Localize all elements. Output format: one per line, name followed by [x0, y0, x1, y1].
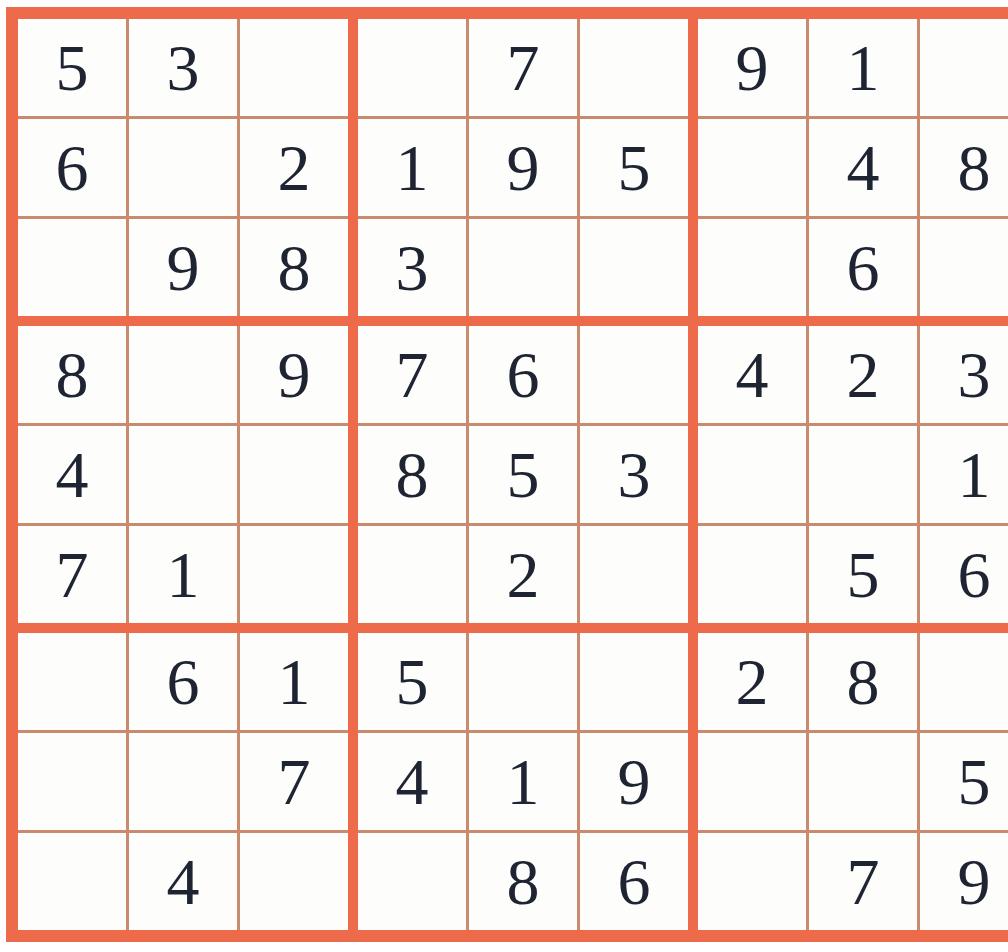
cell-r4c1[interactable]: 8: [18, 326, 126, 423]
cell-r5c7[interactable]: [698, 426, 806, 523]
cell-r7c6[interactable]: [580, 633, 688, 730]
cell-r9c5[interactable]: 8: [469, 833, 577, 930]
cell-r9c9[interactable]: 9: [920, 833, 1008, 930]
cell-r2c7[interactable]: [698, 119, 806, 216]
cell-r9c2[interactable]: 4: [129, 833, 237, 930]
cell-r3c9[interactable]: [920, 219, 1008, 316]
cell-r6c2[interactable]: 1: [129, 526, 237, 623]
cell-r7c4[interactable]: 5: [358, 633, 466, 730]
cell-r4c3[interactable]: 9: [240, 326, 348, 423]
cell-r9c4[interactable]: [358, 833, 466, 930]
cell-r5c1[interactable]: 4: [18, 426, 126, 523]
cell-r3c8[interactable]: 6: [809, 219, 917, 316]
sudoku-screen: 5362987195391486894717685324231566174541…: [0, 0, 1008, 952]
cell-r9c6[interactable]: 6: [580, 833, 688, 930]
cell-r3c1[interactable]: [18, 219, 126, 316]
cell-r5c6[interactable]: 3: [580, 426, 688, 523]
cell-r6c4[interactable]: [358, 526, 466, 623]
cell-r9c8[interactable]: 7: [809, 833, 917, 930]
cell-r8c2[interactable]: [129, 733, 237, 830]
cell-r8c3[interactable]: 7: [240, 733, 348, 830]
cell-r8c8[interactable]: [809, 733, 917, 830]
cell-r6c5[interactable]: 2: [469, 526, 577, 623]
cell-r5c2[interactable]: [129, 426, 237, 523]
cell-r5c9[interactable]: 1: [920, 426, 1008, 523]
cell-r6c7[interactable]: [698, 526, 806, 623]
sudoku-box-9: 28579: [698, 633, 1008, 930]
cell-r6c6[interactable]: [580, 526, 688, 623]
cell-r2c5[interactable]: 9: [469, 119, 577, 216]
cell-r2c1[interactable]: 6: [18, 119, 126, 216]
cell-r6c1[interactable]: 7: [18, 526, 126, 623]
cell-r3c3[interactable]: 8: [240, 219, 348, 316]
cell-r9c3[interactable]: [240, 833, 348, 930]
cell-r8c6[interactable]: 9: [580, 733, 688, 830]
cell-r1c4[interactable]: [358, 19, 466, 116]
cell-r1c8[interactable]: 1: [809, 19, 917, 116]
cell-r1c2[interactable]: 3: [129, 19, 237, 116]
cell-r7c1[interactable]: [18, 633, 126, 730]
cell-r3c4[interactable]: 3: [358, 219, 466, 316]
cell-r2c4[interactable]: 1: [358, 119, 466, 216]
cell-r8c1[interactable]: [18, 733, 126, 830]
cell-r3c6[interactable]: [580, 219, 688, 316]
cell-r4c6[interactable]: [580, 326, 688, 423]
cell-r2c6[interactable]: 5: [580, 119, 688, 216]
cell-r1c3[interactable]: [240, 19, 348, 116]
sudoku-box-3: 91486: [698, 19, 1008, 316]
cell-r1c6[interactable]: [580, 19, 688, 116]
cell-r8c7[interactable]: [698, 733, 806, 830]
cell-r3c2[interactable]: 9: [129, 219, 237, 316]
sudoku-board: 5362987195391486894717685324231566174541…: [6, 7, 1008, 942]
cell-r7c3[interactable]: 1: [240, 633, 348, 730]
cell-r2c2[interactable]: [129, 119, 237, 216]
cell-r1c9[interactable]: [920, 19, 1008, 116]
sudoku-box-8: 541986: [358, 633, 688, 930]
cell-r7c5[interactable]: [469, 633, 577, 730]
cell-r9c7[interactable]: [698, 833, 806, 930]
cell-r4c8[interactable]: 2: [809, 326, 917, 423]
sudoku-box-6: 423156: [698, 326, 1008, 623]
cell-r7c9[interactable]: [920, 633, 1008, 730]
cell-r9c1[interactable]: [18, 833, 126, 930]
sudoku-box-7: 6174: [18, 633, 348, 930]
cell-r6c8[interactable]: 5: [809, 526, 917, 623]
cell-r7c8[interactable]: 8: [809, 633, 917, 730]
cell-r3c7[interactable]: [698, 219, 806, 316]
cell-r6c9[interactable]: 6: [920, 526, 1008, 623]
cell-r7c2[interactable]: 6: [129, 633, 237, 730]
cell-r5c4[interactable]: 8: [358, 426, 466, 523]
cell-r8c4[interactable]: 4: [358, 733, 466, 830]
cell-r1c7[interactable]: 9: [698, 19, 806, 116]
cell-r6c3[interactable]: [240, 526, 348, 623]
cell-r5c3[interactable]: [240, 426, 348, 523]
cell-r4c4[interactable]: 7: [358, 326, 466, 423]
cell-r8c9[interactable]: 5: [920, 733, 1008, 830]
cell-r4c5[interactable]: 6: [469, 326, 577, 423]
sudoku-box-5: 768532: [358, 326, 688, 623]
cell-r4c9[interactable]: 3: [920, 326, 1008, 423]
sudoku-box-4: 89471: [18, 326, 348, 623]
cell-r2c8[interactable]: 4: [809, 119, 917, 216]
cell-r8c5[interactable]: 1: [469, 733, 577, 830]
sudoku-box-2: 71953: [358, 19, 688, 316]
cell-r4c7[interactable]: 4: [698, 326, 806, 423]
cell-r4c2[interactable]: [129, 326, 237, 423]
cell-r1c1[interactable]: 5: [18, 19, 126, 116]
sudoku-box-1: 536298: [18, 19, 348, 316]
cell-r2c9[interactable]: 8: [920, 119, 1008, 216]
cell-r5c8[interactable]: [809, 426, 917, 523]
cell-r5c5[interactable]: 5: [469, 426, 577, 523]
cell-r2c3[interactable]: 2: [240, 119, 348, 216]
cell-r3c5[interactable]: [469, 219, 577, 316]
cell-r7c7[interactable]: 2: [698, 633, 806, 730]
cell-r1c5[interactable]: 7: [469, 19, 577, 116]
